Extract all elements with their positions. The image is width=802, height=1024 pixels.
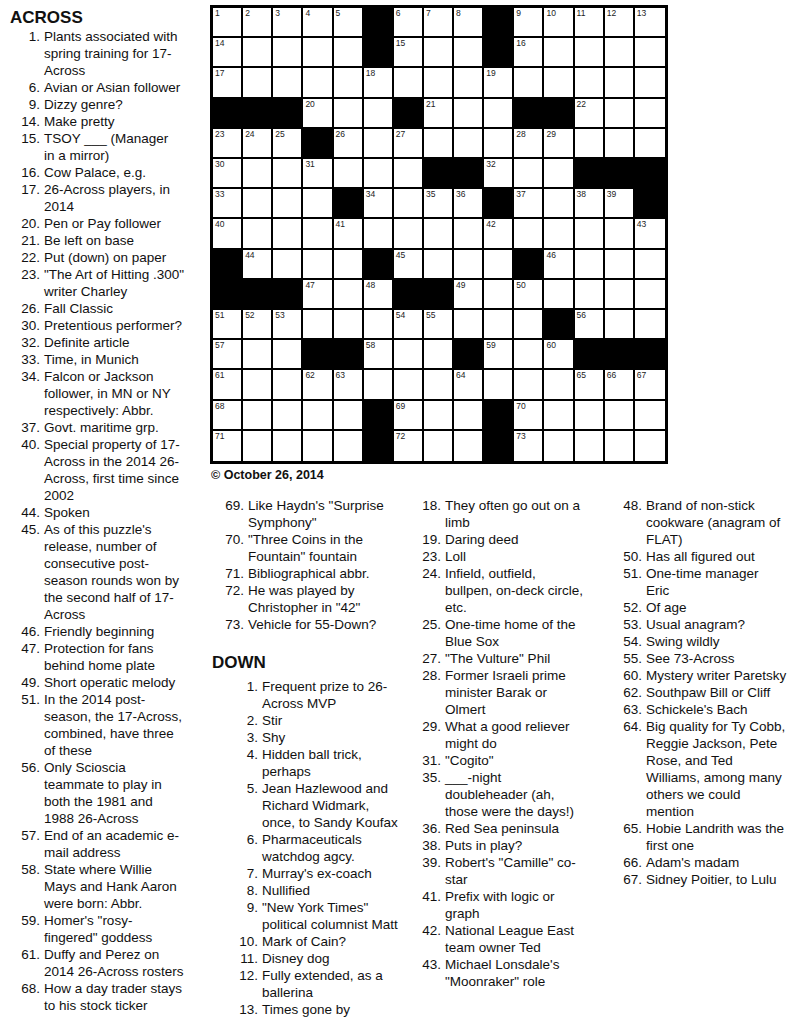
grid-cell[interactable] xyxy=(334,250,364,280)
cell-number: 68 xyxy=(215,401,224,411)
cell-number: 59 xyxy=(486,340,495,350)
grid-cell[interactable]: 12 xyxy=(605,8,635,38)
clue-text: Pen or Pay follower xyxy=(44,215,205,232)
grid-cell[interactable] xyxy=(243,340,273,370)
black-square xyxy=(484,38,514,68)
grid-cell[interactable] xyxy=(454,68,484,98)
clue-text: One-time manager Eric xyxy=(646,565,801,599)
grid-cell[interactable] xyxy=(544,431,574,461)
grid-cell[interactable]: 32 xyxy=(484,159,514,189)
grid-cell[interactable] xyxy=(334,280,364,310)
grid-cell[interactable] xyxy=(394,189,424,219)
grid-cell[interactable] xyxy=(334,159,364,189)
grid-cell[interactable] xyxy=(273,401,303,431)
down-clues-list-3: 48.Brand of non-stick cookware (anagram … xyxy=(612,497,801,888)
grid-cell[interactable]: 69 xyxy=(394,401,424,431)
crossword-grid[interactable]: 1234567891011121314151617181920212223242… xyxy=(210,5,668,464)
grid-cell[interactable] xyxy=(424,250,454,280)
grid-cell[interactable] xyxy=(394,340,424,370)
clue: 31."Cogito" xyxy=(409,752,606,769)
grid-cell[interactable] xyxy=(334,310,364,340)
clue-text: Frequent prize to 26- Across MVP xyxy=(262,678,411,712)
grid-cell[interactable] xyxy=(273,340,303,370)
clue-text: One-time home of the Blue Sox xyxy=(445,616,606,650)
clue: 12.Fully extended, as a ballerina xyxy=(226,967,411,1001)
grid-cell[interactable] xyxy=(364,99,394,129)
grid-cell[interactable]: 67 xyxy=(635,370,665,400)
grid-cell[interactable] xyxy=(454,310,484,340)
grid-cell[interactable] xyxy=(394,159,424,189)
grid-cell[interactable] xyxy=(243,401,273,431)
clue: 22.Put (down) on paper xyxy=(6,249,205,266)
grid-cell[interactable] xyxy=(454,401,484,431)
grid-cell[interactable] xyxy=(303,219,333,249)
clue-number: 63. xyxy=(612,701,646,718)
grid-cell[interactable]: 55 xyxy=(424,310,454,340)
grid-cell[interactable]: 28 xyxy=(514,129,544,159)
clue-number: 8. xyxy=(226,882,262,899)
cell-number: 40 xyxy=(215,219,224,229)
grid-cell[interactable] xyxy=(334,401,364,431)
grid-cell[interactable] xyxy=(605,219,635,249)
grid-cell[interactable] xyxy=(364,370,394,400)
grid-cell[interactable] xyxy=(605,38,635,68)
clue: 16.Cow Palace, e.g. xyxy=(6,164,205,181)
grid-cell[interactable]: 36 xyxy=(454,189,484,219)
grid-cell[interactable] xyxy=(303,250,333,280)
clue-number: 7. xyxy=(226,865,262,882)
grid-cell[interactable] xyxy=(544,280,574,310)
grid-cell[interactable] xyxy=(514,68,544,98)
grid-cell[interactable]: 22 xyxy=(575,99,605,129)
cell-number: 11 xyxy=(577,8,586,18)
grid-cell[interactable] xyxy=(424,431,454,461)
grid-cell[interactable]: 34 xyxy=(364,189,394,219)
grid-cell[interactable]: 46 xyxy=(544,250,574,280)
grid-cell[interactable]: 25 xyxy=(273,129,303,159)
grid-cell[interactable] xyxy=(635,310,665,340)
grid-cell[interactable] xyxy=(484,280,514,310)
grid-cell[interactable] xyxy=(544,189,574,219)
clue: 52.Of age xyxy=(612,599,801,616)
clue-number: 27. xyxy=(409,650,445,667)
grid-cell[interactable]: 57 xyxy=(213,340,243,370)
grid-cell[interactable]: 60 xyxy=(544,340,574,370)
clue-text: Mark of Cain? xyxy=(262,933,411,950)
grid-cell[interactable] xyxy=(303,38,333,68)
clue: 62.Southpaw Bill or Cliff xyxy=(612,684,801,701)
grid-cell[interactable] xyxy=(303,431,333,461)
clue: 23."The Art of Hitting .300" writer Char… xyxy=(6,266,205,300)
grid-cell[interactable] xyxy=(605,129,635,159)
grid-cell[interactable] xyxy=(605,431,635,461)
grid-cell[interactable] xyxy=(635,250,665,280)
grid-cell[interactable] xyxy=(605,99,635,129)
grid-cell[interactable] xyxy=(243,68,273,98)
grid-cell[interactable] xyxy=(273,370,303,400)
clue-number: 22. xyxy=(6,249,44,266)
grid-cell[interactable] xyxy=(424,219,454,249)
grid-cell[interactable]: 14 xyxy=(213,38,243,68)
grid-cell[interactable]: 11 xyxy=(575,8,605,38)
grid-cell[interactable]: 50 xyxy=(514,280,544,310)
grid-cell[interactable] xyxy=(273,38,303,68)
clue-text: Times gone by xyxy=(262,1001,411,1018)
grid-cell[interactable] xyxy=(303,401,333,431)
clue-text: Be left on base xyxy=(44,232,205,249)
grid-cell[interactable]: 18 xyxy=(364,68,394,98)
grid-cell[interactable]: 41 xyxy=(334,219,364,249)
grid-cell[interactable] xyxy=(605,68,635,98)
grid-cell[interactable] xyxy=(544,401,574,431)
grid-cell[interactable] xyxy=(273,68,303,98)
black-square xyxy=(544,310,574,340)
grid-cell[interactable] xyxy=(424,129,454,159)
down-header: DOWN xyxy=(212,653,411,672)
clue: 14.Make pretty xyxy=(6,113,205,130)
grid-cell[interactable] xyxy=(575,38,605,68)
clue: 49.Short operatic melody xyxy=(6,674,205,691)
clue-text: Falcon or Jackson follower, in MN or NY … xyxy=(44,368,205,419)
grid-cell[interactable] xyxy=(303,189,333,219)
grid-cell[interactable]: 66 xyxy=(605,370,635,400)
grid-cell[interactable] xyxy=(454,431,484,461)
grid-cell[interactable] xyxy=(575,68,605,98)
grid-cell[interactable]: 30 xyxy=(213,159,243,189)
grid-cell[interactable]: 3 xyxy=(273,8,303,38)
grid-cell[interactable]: 52 xyxy=(243,310,273,340)
grid-cell[interactable]: 8 xyxy=(454,8,484,38)
clue-number: 3. xyxy=(226,729,262,746)
grid-cell[interactable]: 45 xyxy=(394,250,424,280)
grid-cell[interactable]: 56 xyxy=(575,310,605,340)
grid-cell[interactable]: 53 xyxy=(273,310,303,340)
black-square xyxy=(605,159,635,189)
grid-cell[interactable]: 59 xyxy=(484,340,514,370)
cell-number: 42 xyxy=(486,219,495,229)
clue-number: 1. xyxy=(6,28,44,79)
clue: 47.Protection for fans behind home plate xyxy=(6,640,205,674)
clue-number: 36. xyxy=(409,820,445,837)
grid-cell[interactable]: 43 xyxy=(635,219,665,249)
grid-cell[interactable] xyxy=(484,250,514,280)
grid-cell[interactable]: 4 xyxy=(303,8,333,38)
black-square xyxy=(394,99,424,129)
clue: 51.In the 2014 post- season, the 17-Acro… xyxy=(6,691,205,759)
clue-text: Mystery writer Paretsky xyxy=(646,667,801,684)
clue: 17.26-Across players, in 2014 xyxy=(6,181,205,215)
clue-number: 6. xyxy=(226,831,262,865)
cell-number: 1 xyxy=(215,8,220,18)
clue-text: They often go out on a limb xyxy=(445,497,606,531)
clue-number: 11. xyxy=(226,950,262,967)
grid-cell[interactable] xyxy=(364,159,394,189)
clue: 45.As of this puzzle's release, number o… xyxy=(6,521,205,623)
grid-cell[interactable]: 29 xyxy=(544,129,574,159)
grid-cell[interactable] xyxy=(575,129,605,159)
grid-cell[interactable]: 17 xyxy=(213,68,243,98)
grid-cell[interactable] xyxy=(273,189,303,219)
grid-cell[interactable] xyxy=(424,370,454,400)
grid-cell[interactable] xyxy=(454,99,484,129)
grid-cell[interactable] xyxy=(334,68,364,98)
grid-cell[interactable] xyxy=(514,159,544,189)
grid-cell[interactable] xyxy=(544,68,574,98)
grid-cell[interactable]: 49 xyxy=(454,280,484,310)
grid-cell[interactable]: 42 xyxy=(484,219,514,249)
grid-cell[interactable] xyxy=(575,250,605,280)
clue-text: Definite article xyxy=(44,334,205,351)
grid-cell[interactable]: 58 xyxy=(364,340,394,370)
clue-text: TSOY ___ (Manager in a mirror) xyxy=(44,130,205,164)
clue: 59.Homer's "rosy- fingered" goddess xyxy=(6,912,205,946)
clue-text: "The Vulture" Phil xyxy=(445,650,606,667)
black-square xyxy=(364,431,394,461)
grid-cell[interactable] xyxy=(273,219,303,249)
grid-cell[interactable]: 64 xyxy=(454,370,484,400)
clue-number: 29. xyxy=(409,718,445,752)
clue-number: 55. xyxy=(612,650,646,667)
grid-cell[interactable] xyxy=(605,250,635,280)
grid-cell[interactable] xyxy=(454,38,484,68)
grid-cell[interactable] xyxy=(303,310,333,340)
grid-cell[interactable] xyxy=(484,129,514,159)
grid-cell[interactable] xyxy=(514,310,544,340)
grid-cell[interactable] xyxy=(424,38,454,68)
grid-cell[interactable] xyxy=(243,189,273,219)
grid-cell[interactable] xyxy=(364,219,394,249)
clue-number: 52. xyxy=(612,599,646,616)
clue-text: Adam's madam xyxy=(646,854,801,871)
cell-number: 25 xyxy=(275,129,284,139)
grid-cell[interactable] xyxy=(544,370,574,400)
grid-cell[interactable] xyxy=(575,219,605,249)
across-clues-column: 1.Plants associated with spring training… xyxy=(6,28,205,1014)
black-square xyxy=(605,340,635,370)
cell-number: 35 xyxy=(426,189,435,199)
cell-number: 36 xyxy=(456,189,465,199)
grid-cell[interactable]: 23 xyxy=(213,129,243,159)
grid-cell[interactable]: 2 xyxy=(243,8,273,38)
grid-cell[interactable]: 26 xyxy=(334,129,364,159)
clue-text: Murray's ex-coach xyxy=(262,865,411,882)
grid-cell[interactable] xyxy=(394,370,424,400)
grid-cell[interactable] xyxy=(454,219,484,249)
grid-cell[interactable]: 13 xyxy=(635,8,665,38)
grid-cell[interactable] xyxy=(424,68,454,98)
grid-cell[interactable]: 38 xyxy=(575,189,605,219)
grid-cell[interactable]: 19 xyxy=(484,68,514,98)
grid-cell[interactable] xyxy=(514,340,544,370)
clue-text: Has all figured out xyxy=(646,548,801,565)
black-square xyxy=(575,340,605,370)
grid-cell[interactable] xyxy=(605,310,635,340)
clue: 23.Loll xyxy=(409,548,606,565)
cell-number: 60 xyxy=(546,340,555,350)
cell-number: 64 xyxy=(456,370,465,380)
clue-text: Red Sea peninsula xyxy=(445,820,606,837)
grid-cell[interactable]: 33 xyxy=(213,189,243,219)
grid-cell[interactable]: 16 xyxy=(514,38,544,68)
clue: 54.Swing wildly xyxy=(612,633,801,650)
grid-cell[interactable] xyxy=(484,99,514,129)
grid-cell[interactable] xyxy=(575,431,605,461)
grid-cell[interactable] xyxy=(334,38,364,68)
clue-text: Short operatic melody xyxy=(44,674,205,691)
clue-number: 58. xyxy=(6,861,44,912)
clue-number: 14. xyxy=(6,113,44,130)
cell-number: 72 xyxy=(396,431,405,441)
grid-cell[interactable]: 61 xyxy=(213,370,243,400)
grid-cell[interactable] xyxy=(635,68,665,98)
grid-cell[interactable]: 71 xyxy=(213,431,243,461)
black-square xyxy=(635,159,665,189)
grid-cell[interactable]: 54 xyxy=(394,310,424,340)
grid-cell[interactable]: 63 xyxy=(334,370,364,400)
grid-cell[interactable]: 1 xyxy=(213,8,243,38)
grid-cell[interactable]: 48 xyxy=(364,280,394,310)
grid-cell[interactable] xyxy=(635,401,665,431)
grid-cell[interactable] xyxy=(635,431,665,461)
clue-number: 17. xyxy=(6,181,44,215)
grid-cell[interactable] xyxy=(544,159,574,189)
grid-cell[interactable]: 35 xyxy=(424,189,454,219)
clue-number: 34. xyxy=(6,368,44,419)
grid-cell[interactable] xyxy=(575,401,605,431)
grid-cell[interactable]: 10 xyxy=(544,8,574,38)
clue-number: 48. xyxy=(612,497,646,548)
grid-cell[interactable]: 62 xyxy=(303,370,333,400)
clue-text: Schickele's Bach xyxy=(646,701,801,718)
clue: 21.Be left on base xyxy=(6,232,205,249)
grid-cell[interactable] xyxy=(484,370,514,400)
grid-cell[interactable] xyxy=(364,129,394,159)
grid-cell[interactable]: 5 xyxy=(334,8,364,38)
clue-text: Of age xyxy=(646,599,801,616)
cell-number: 43 xyxy=(637,219,646,229)
grid-cell[interactable]: 72 xyxy=(394,431,424,461)
clue: 65.Hobie Landrith was the first one xyxy=(612,820,801,854)
grid-cell[interactable] xyxy=(635,38,665,68)
grid-cell[interactable] xyxy=(605,280,635,310)
grid-cell[interactable] xyxy=(243,159,273,189)
cell-number: 58 xyxy=(366,340,375,350)
grid-cell[interactable]: 39 xyxy=(605,189,635,219)
clue-text: Only Scioscia teammate to play in both t… xyxy=(44,759,205,827)
clue: 67.Sidney Poitier, to Lulu xyxy=(612,871,801,888)
grid-cell[interactable] xyxy=(575,280,605,310)
grid-cell[interactable] xyxy=(273,250,303,280)
grid-cell[interactable] xyxy=(484,310,514,340)
grid-cell[interactable]: 68 xyxy=(213,401,243,431)
black-square xyxy=(635,340,665,370)
cell-number: 65 xyxy=(577,370,586,380)
clue-number: 67. xyxy=(612,871,646,888)
clue-text: Plants associated with spring training f… xyxy=(44,28,205,79)
cell-number: 32 xyxy=(486,159,495,169)
clue-number: 33. xyxy=(6,351,44,368)
grid-cell[interactable]: 15 xyxy=(394,38,424,68)
cell-number: 52 xyxy=(245,310,254,320)
clue-number: 49. xyxy=(6,674,44,691)
grid-cell[interactable]: 24 xyxy=(243,129,273,159)
grid-cell[interactable] xyxy=(544,219,574,249)
grid-cell[interactable]: 73 xyxy=(514,431,544,461)
grid-cell[interactable] xyxy=(514,219,544,249)
grid-cell[interactable] xyxy=(273,431,303,461)
grid-cell[interactable]: 27 xyxy=(394,129,424,159)
grid-cell[interactable] xyxy=(273,159,303,189)
grid-cell[interactable] xyxy=(364,310,394,340)
grid-cell[interactable] xyxy=(243,431,273,461)
grid-cell[interactable] xyxy=(303,68,333,98)
grid-cell[interactable]: 20 xyxy=(303,99,333,129)
grid-cell[interactable] xyxy=(394,219,424,249)
black-square xyxy=(243,280,273,310)
clue: 30.Pretentious performer? xyxy=(6,317,205,334)
grid-cell[interactable] xyxy=(635,99,665,129)
grid-cell[interactable] xyxy=(544,38,574,68)
grid-cell[interactable] xyxy=(424,340,454,370)
cell-number: 23 xyxy=(215,129,224,139)
grid-cell[interactable]: 6 xyxy=(394,8,424,38)
grid-cell[interactable]: 51 xyxy=(213,310,243,340)
grid-cell[interactable]: 70 xyxy=(514,401,544,431)
grid-cell[interactable] xyxy=(334,99,364,129)
cell-number: 15 xyxy=(396,38,405,48)
grid-cell[interactable]: 9 xyxy=(514,8,544,38)
grid-cell[interactable] xyxy=(454,250,484,280)
clue-number: 24. xyxy=(409,565,445,616)
grid-cell[interactable]: 40 xyxy=(213,219,243,249)
grid-cell[interactable] xyxy=(394,68,424,98)
grid-cell[interactable]: 47 xyxy=(303,280,333,310)
grid-cell[interactable] xyxy=(514,370,544,400)
grid-cell[interactable] xyxy=(454,129,484,159)
grid-cell[interactable] xyxy=(334,431,364,461)
black-square xyxy=(303,340,333,370)
grid-cell[interactable] xyxy=(243,370,273,400)
clue: 35.___-night doubleheader (ah, those wer… xyxy=(409,769,606,820)
cell-number: 73 xyxy=(516,431,525,441)
grid-cell[interactable]: 37 xyxy=(514,189,544,219)
grid-cell[interactable] xyxy=(605,401,635,431)
grid-cell[interactable] xyxy=(424,401,454,431)
grid-cell[interactable] xyxy=(243,219,273,249)
clue: 44.Spoken xyxy=(6,504,205,521)
cell-number: 56 xyxy=(577,310,586,320)
grid-cell[interactable]: 65 xyxy=(575,370,605,400)
cell-number: 45 xyxy=(396,250,405,260)
grid-cell[interactable]: 7 xyxy=(424,8,454,38)
black-square xyxy=(484,401,514,431)
cell-number: 7 xyxy=(426,8,431,18)
clue-text: Southpaw Bill or Cliff xyxy=(646,684,801,701)
grid-cell[interactable] xyxy=(635,280,665,310)
clue-text: Pharmaceuticals watchdog agcy. xyxy=(262,831,411,865)
black-square xyxy=(213,99,243,129)
grid-cell[interactable]: 31 xyxy=(303,159,333,189)
cell-number: 3 xyxy=(275,8,280,18)
grid-cell[interactable]: 44 xyxy=(243,250,273,280)
cell-number: 53 xyxy=(275,310,284,320)
clue-text: Vehicle for 55-Down? xyxy=(248,616,411,633)
grid-cell[interactable]: 21 xyxy=(424,99,454,129)
grid-cell[interactable] xyxy=(635,129,665,159)
grid-cell[interactable] xyxy=(243,38,273,68)
clue-number: 44. xyxy=(6,504,44,521)
clue: 66.Adam's madam xyxy=(612,854,801,871)
